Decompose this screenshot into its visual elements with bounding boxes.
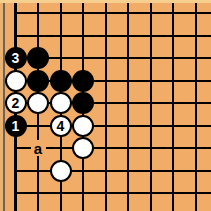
board-left-margin-rule: [3, 0, 5, 211]
white-stone: 2: [5, 92, 27, 114]
intersection: [139, 159, 162, 182]
intersection: [162, 137, 185, 160]
intersection: [117, 137, 140, 160]
black-stone: [27, 47, 49, 69]
intersection: [49, 47, 72, 70]
intersection: [94, 47, 117, 70]
intersection: [27, 2, 50, 25]
move-number-label: 3: [12, 51, 20, 65]
intersection: [49, 2, 72, 25]
intersection: [94, 2, 117, 25]
white-stone: 4: [50, 115, 72, 137]
intersection: 2: [4, 92, 27, 115]
intersection: [139, 69, 162, 92]
intersection: [162, 47, 185, 70]
intersection: [94, 159, 117, 182]
intersection: [184, 69, 207, 92]
intersection: [72, 182, 95, 205]
intersection: [184, 114, 207, 137]
intersection: [184, 47, 207, 70]
intersection: [184, 92, 207, 115]
intersection: [49, 92, 72, 115]
move-number-label: 2: [12, 96, 20, 110]
black-stone: [27, 70, 49, 92]
intersection: [117, 182, 140, 205]
intersection: [49, 159, 72, 182]
intersection: [27, 159, 50, 182]
move-number-label: 1: [12, 119, 20, 133]
intersection: [49, 182, 72, 205]
black-stone: [72, 92, 94, 114]
intersection: [72, 47, 95, 70]
intersection: [27, 114, 50, 137]
intersection: [139, 47, 162, 70]
intersection: [72, 159, 95, 182]
intersection: [162, 69, 185, 92]
intersection: [117, 69, 140, 92]
white-stone: [5, 70, 27, 92]
intersection: [184, 137, 207, 160]
intersection: [72, 2, 95, 25]
intersection: [162, 24, 185, 47]
intersection: [162, 92, 185, 115]
intersection: [49, 137, 72, 160]
black-stone: [50, 70, 72, 92]
intersection: [27, 47, 50, 70]
intersection: [184, 2, 207, 25]
intersection: [139, 2, 162, 25]
intersection: [117, 2, 140, 25]
intersection: [49, 24, 72, 47]
intersection: [72, 114, 95, 137]
move-number-label: 4: [57, 119, 65, 133]
intersection: [4, 24, 27, 47]
intersection: [4, 159, 27, 182]
intersection: [117, 92, 140, 115]
intersection: [184, 24, 207, 47]
white-stone: [27, 92, 49, 114]
intersection: 4: [49, 114, 72, 137]
intersection: [117, 159, 140, 182]
black-stone: [72, 70, 94, 92]
white-stone: [50, 92, 72, 114]
intersection: [117, 47, 140, 70]
intersection: a: [27, 137, 50, 160]
intersection: [72, 92, 95, 115]
intersection: [27, 182, 50, 205]
intersection: [72, 69, 95, 92]
intersection: [139, 137, 162, 160]
intersection: [94, 137, 117, 160]
intersection: [162, 114, 185, 137]
white-stone: [72, 137, 94, 159]
intersection: [72, 24, 95, 47]
intersection: [162, 159, 185, 182]
intersection: [184, 182, 207, 205]
point-label-a: a: [31, 140, 46, 156]
intersection: [27, 69, 50, 92]
intersection: [162, 182, 185, 205]
go-diagram: 3214a: [0, 0, 211, 211]
intersection: [49, 69, 72, 92]
intersection: [27, 92, 50, 115]
board-top-edge-strip: [0, 0, 211, 3]
intersection: 1: [4, 114, 27, 137]
intersection: [94, 92, 117, 115]
black-stone: 3: [5, 47, 27, 69]
white-stone: [72, 115, 94, 137]
intersection: 3: [4, 47, 27, 70]
intersection: [139, 182, 162, 205]
intersection: [4, 69, 27, 92]
intersection: [4, 2, 27, 25]
intersection: [139, 114, 162, 137]
black-stone: 1: [5, 115, 27, 137]
intersection: [94, 182, 117, 205]
intersection: [117, 114, 140, 137]
intersection: [94, 24, 117, 47]
intersection: [94, 69, 117, 92]
intersection: [72, 137, 95, 160]
intersection: [139, 92, 162, 115]
intersection: [4, 137, 27, 160]
intersection: [94, 114, 117, 137]
intersection: [27, 24, 50, 47]
intersection: [162, 2, 185, 25]
intersection: [139, 24, 162, 47]
intersection: [4, 182, 27, 205]
intersection: [117, 24, 140, 47]
intersection: [184, 159, 207, 182]
go-board: 3214a: [4, 2, 207, 205]
white-stone: [50, 160, 72, 182]
